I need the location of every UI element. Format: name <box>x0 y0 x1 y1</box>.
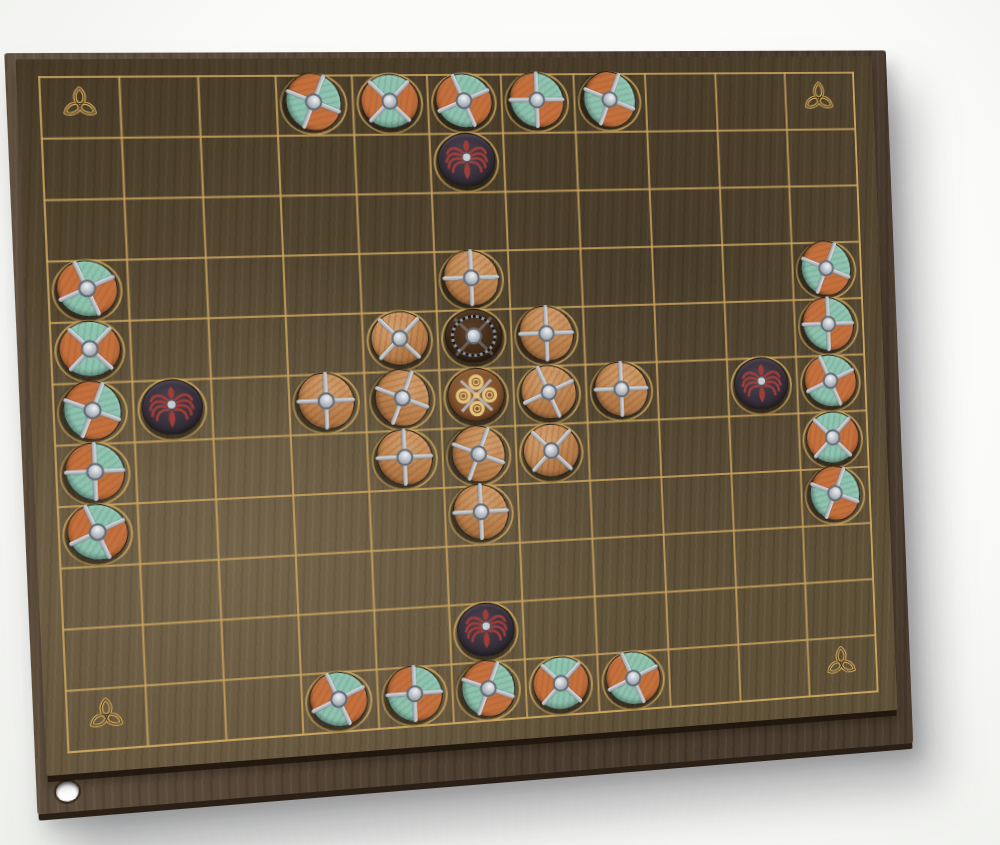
board-cell[interactable] <box>292 491 370 555</box>
triquetra-icon <box>816 642 868 687</box>
hanging-hole <box>56 781 80 803</box>
board-grid <box>38 72 879 754</box>
board-cell[interactable] <box>290 431 369 494</box>
board-cell[interactable] <box>651 244 724 303</box>
board-cell[interactable] <box>800 466 870 526</box>
board-cell[interactable] <box>134 438 215 502</box>
shield-boss-icon <box>314 389 339 413</box>
board-cell[interactable] <box>584 361 658 422</box>
board-cell[interactable] <box>719 186 791 244</box>
board-cell[interactable] <box>724 299 795 358</box>
game-board <box>15 56 897 776</box>
board-cell[interactable] <box>200 135 280 196</box>
board-cell[interactable] <box>123 196 204 258</box>
shield-boss-icon <box>391 330 409 348</box>
shield-boss-icon <box>302 91 325 114</box>
board-cell[interactable] <box>205 255 285 317</box>
board-cell[interactable] <box>295 550 373 614</box>
board-cell[interactable] <box>507 248 582 308</box>
corner-triquetra <box>793 79 845 121</box>
board-cell[interactable] <box>596 649 670 712</box>
board-cell[interactable] <box>784 72 855 129</box>
raven-shield-piece[interactable] <box>456 601 516 659</box>
board-cell[interactable] <box>587 419 661 480</box>
shield-boss-icon <box>391 387 414 410</box>
shield-boss-icon <box>535 322 558 346</box>
shield-boss-icon <box>81 340 100 358</box>
board-cell[interactable] <box>368 487 445 550</box>
shield-boss-icon <box>81 399 105 423</box>
shield-boss-icon <box>381 93 399 110</box>
board-cell[interactable] <box>51 381 134 445</box>
raven-shield-piece[interactable] <box>734 356 790 410</box>
board-cell[interactable] <box>788 184 858 242</box>
celtic-knot-icon <box>449 370 503 421</box>
board-cell[interactable] <box>804 578 874 639</box>
attacker-shield-piece[interactable] <box>598 643 668 711</box>
raven-icon <box>459 604 513 656</box>
board-cell[interactable] <box>667 644 739 706</box>
photo-background <box>0 0 1000 845</box>
board-cell[interactable] <box>136 498 217 563</box>
board-cell[interactable] <box>220 614 300 679</box>
board-cell[interactable] <box>215 495 295 559</box>
board-cell[interactable] <box>656 358 729 418</box>
raven-shield-piece[interactable] <box>140 378 204 436</box>
shield-boss-icon <box>825 483 846 505</box>
board-cell[interactable] <box>428 132 504 192</box>
board-cell[interactable] <box>735 582 806 643</box>
board-cell[interactable] <box>644 72 717 130</box>
corner-triquetra <box>816 642 868 687</box>
attacker-shield-piece[interactable] <box>428 65 501 137</box>
board-cell[interactable] <box>575 131 649 190</box>
triquetra-icon <box>75 693 136 742</box>
shield-boss-icon <box>525 88 548 112</box>
shield-boss-icon <box>539 381 560 403</box>
board-cell[interactable] <box>218 554 298 619</box>
board-cell[interactable] <box>197 75 277 136</box>
board-cell[interactable] <box>274 74 353 134</box>
raven-icon <box>143 381 201 434</box>
board-cell[interactable] <box>142 619 223 685</box>
attacker-shield-piece[interactable] <box>53 371 132 449</box>
board-cell[interactable] <box>589 476 663 538</box>
board-cell[interactable] <box>500 73 575 132</box>
board-cell[interactable] <box>660 473 733 534</box>
board-cell[interactable] <box>223 674 303 740</box>
triquetra-icon <box>793 79 845 121</box>
board-cell[interactable] <box>297 609 375 674</box>
board-cell[interactable] <box>376 664 453 728</box>
board-cell[interactable] <box>797 410 867 470</box>
board-cell[interactable] <box>737 639 808 701</box>
board-cell[interactable] <box>517 480 592 542</box>
shield-boss-icon <box>824 429 840 446</box>
board-cell[interactable] <box>363 369 440 431</box>
board-cell[interactable] <box>431 191 507 251</box>
attacker-shield-piece[interactable] <box>797 347 864 415</box>
board-cell[interactable] <box>646 130 719 189</box>
board-cell[interactable] <box>438 366 514 428</box>
board-cell[interactable] <box>287 372 366 435</box>
board-cell[interactable] <box>41 137 124 199</box>
board-cell[interactable] <box>280 194 359 255</box>
board-cell[interactable] <box>658 416 731 477</box>
board-cell[interactable] <box>512 364 587 425</box>
defender-shield-piece[interactable] <box>442 416 515 491</box>
board-cell[interactable] <box>38 76 121 138</box>
board-cell[interactable] <box>59 563 141 629</box>
board-cell[interactable] <box>62 624 144 690</box>
board-cell[interactable] <box>514 422 589 484</box>
board-cell[interactable] <box>373 605 450 669</box>
attacker-shield-piece[interactable] <box>59 496 137 569</box>
shield-boss-icon <box>76 277 99 300</box>
board-cell[interactable] <box>717 129 789 187</box>
board-cell[interactable] <box>277 134 356 195</box>
shield-boss-icon <box>553 674 570 692</box>
raven-icon <box>736 359 787 408</box>
board-cell[interactable] <box>361 310 438 372</box>
attacker-shield-piece[interactable] <box>276 64 351 140</box>
board-cell[interactable] <box>65 685 147 752</box>
board-cell[interactable] <box>524 654 599 717</box>
board-cell[interactable] <box>358 251 435 312</box>
board-cell[interactable] <box>591 534 665 596</box>
board-cell[interactable] <box>577 188 651 247</box>
board-cell[interactable] <box>426 74 502 133</box>
board-cell[interactable] <box>441 425 517 487</box>
board-cell[interactable] <box>502 131 577 190</box>
shield-boss-icon <box>610 377 633 401</box>
corner-triquetra <box>49 84 110 130</box>
board-cell[interactable] <box>791 241 861 299</box>
board-cell[interactable] <box>572 73 646 132</box>
board-cell[interactable] <box>353 133 430 193</box>
shield-boss-icon <box>815 257 836 279</box>
raven-shield-piece[interactable] <box>436 133 496 188</box>
board-cell[interactable] <box>445 542 521 605</box>
board-cell[interactable] <box>504 190 579 250</box>
defender-shield-piece[interactable] <box>513 357 584 427</box>
board-cell[interactable] <box>210 375 290 438</box>
attacker-shield-piece[interactable] <box>302 664 377 735</box>
shield-boss-icon <box>623 667 644 688</box>
board-cell[interactable] <box>356 192 433 253</box>
shield-boss-icon <box>459 265 483 289</box>
attacker-shield-piece[interactable] <box>801 457 868 530</box>
shield-boss-icon <box>392 445 416 469</box>
board-cell[interactable] <box>663 530 735 591</box>
shield-boss-icon <box>598 89 620 111</box>
board-cell[interactable] <box>793 297 863 356</box>
board-cell[interactable] <box>579 246 653 306</box>
board-assembly <box>4 50 913 814</box>
defender-shield-piece[interactable] <box>365 360 439 436</box>
shield-boss-icon <box>402 681 426 705</box>
board-cell[interactable] <box>448 600 524 663</box>
board-cell[interactable] <box>129 317 210 380</box>
board-cell[interactable] <box>144 679 225 745</box>
board-cell[interactable] <box>806 634 876 695</box>
attacker-shield-piece[interactable] <box>498 61 576 140</box>
board-cell[interactable] <box>121 136 202 198</box>
board-cell[interactable] <box>139 559 220 624</box>
board-cell[interactable] <box>521 596 596 659</box>
board-cell[interactable] <box>509 306 584 367</box>
board-cell[interactable] <box>436 308 512 369</box>
board-cell[interactable] <box>49 320 132 384</box>
triquetra-icon <box>49 84 110 130</box>
shield-boss-icon <box>86 521 109 544</box>
board-cell[interactable] <box>733 526 804 587</box>
board-cell[interactable] <box>366 428 443 491</box>
board-cell[interactable] <box>443 483 519 546</box>
shield-boss-icon <box>817 313 839 336</box>
board-cell[interactable] <box>285 313 364 375</box>
board-cell[interactable] <box>282 253 361 315</box>
attacker-shield-piece[interactable] <box>574 63 645 136</box>
board-cell[interactable] <box>795 353 865 412</box>
board-cell[interactable] <box>582 303 656 363</box>
shield-boss-icon <box>477 677 499 700</box>
board-cell[interactable] <box>118 75 199 136</box>
shield-boss-icon <box>820 370 840 391</box>
board-cell[interactable] <box>212 435 292 499</box>
board-cell[interactable] <box>54 441 136 506</box>
board-cell[interactable] <box>802 522 872 582</box>
board-cell[interactable] <box>653 301 726 361</box>
board-cell[interactable] <box>202 195 282 257</box>
shield-boss-icon <box>453 90 475 112</box>
board-cell[interactable] <box>649 187 722 246</box>
board-cell[interactable] <box>714 72 786 130</box>
board-cell[interactable] <box>57 502 139 567</box>
board-cell[interactable] <box>786 128 857 186</box>
board-cell[interactable] <box>721 242 793 301</box>
board-cell[interactable] <box>665 587 737 649</box>
board-cell[interactable] <box>300 669 378 734</box>
board-cell[interactable] <box>46 259 129 322</box>
raven-icon <box>439 135 493 185</box>
shield-boss-icon <box>543 442 560 460</box>
board-cell[interactable] <box>207 315 287 378</box>
board-cell[interactable] <box>731 469 802 530</box>
attacker-shield-piece[interactable] <box>792 232 859 304</box>
shield-boss-icon <box>467 442 489 465</box>
board-cell[interactable] <box>131 378 212 442</box>
board-cell[interactable] <box>126 257 207 320</box>
shield-boss-icon <box>82 459 108 484</box>
shield-boss-icon <box>328 688 350 710</box>
board-cell[interactable] <box>351 74 429 134</box>
board-cell[interactable] <box>726 356 797 416</box>
attacker-shield-piece[interactable] <box>48 251 127 325</box>
board-cell[interactable] <box>450 659 526 723</box>
board-cell[interactable] <box>594 591 668 653</box>
king-piece[interactable] <box>446 367 506 423</box>
corner-triquetra <box>75 693 136 742</box>
board-cell[interactable] <box>433 249 509 310</box>
shield-boss-icon <box>469 500 493 524</box>
board-cell[interactable] <box>728 413 799 473</box>
board-cell[interactable] <box>371 546 448 610</box>
board-cell[interactable] <box>43 198 126 261</box>
board-cell[interactable] <box>519 538 594 600</box>
